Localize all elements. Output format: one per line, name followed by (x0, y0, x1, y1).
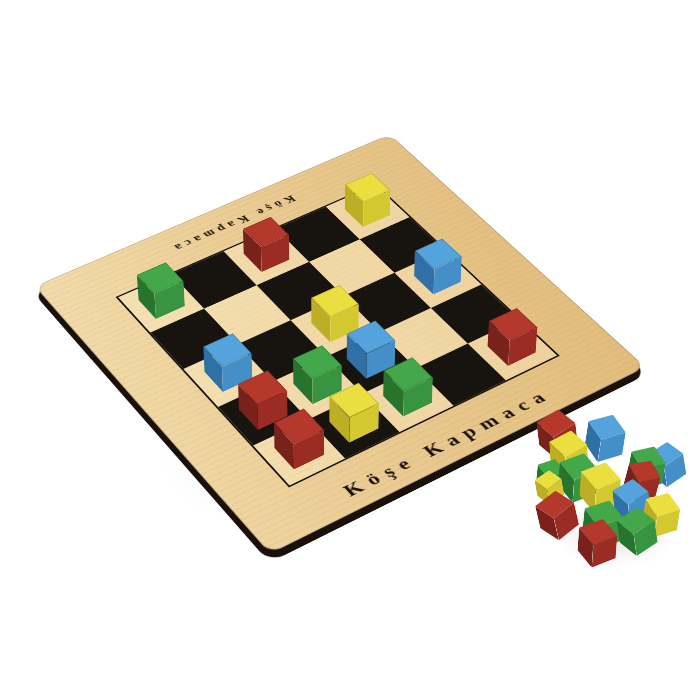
cube-blue[interactable] (414, 263, 461, 294)
pile-cube-green[interactable] (615, 505, 660, 559)
cube-yellow[interactable] (345, 197, 390, 226)
cell-c5r5[interactable] (468, 319, 557, 380)
cube-green[interactable] (138, 287, 184, 319)
cell-c1r1[interactable] (118, 274, 204, 333)
cube-red[interactable] (488, 333, 536, 366)
cell-c5r3[interactable] (395, 250, 482, 308)
scene: Köşe Kapmaca Köşe Kapmaca (0, 0, 700, 700)
cube-red[interactable] (244, 241, 290, 271)
cube-yellow[interactable] (329, 408, 378, 443)
pile-cube-red[interactable] (576, 517, 619, 570)
cube-green[interactable] (383, 383, 432, 417)
board-grid (116, 183, 560, 487)
cube-red[interactable] (274, 434, 324, 470)
